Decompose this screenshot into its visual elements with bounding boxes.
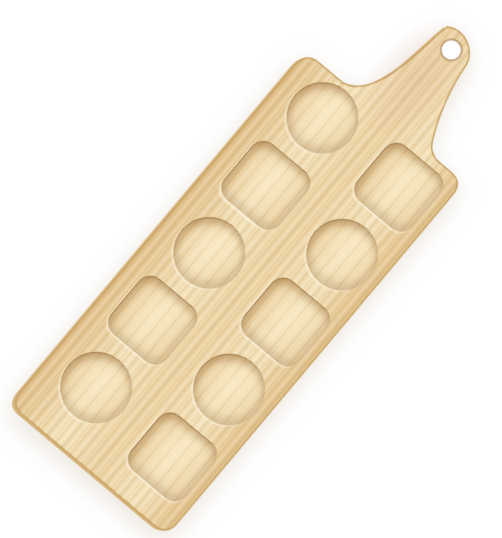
photo-canvas [0, 0, 502, 538]
